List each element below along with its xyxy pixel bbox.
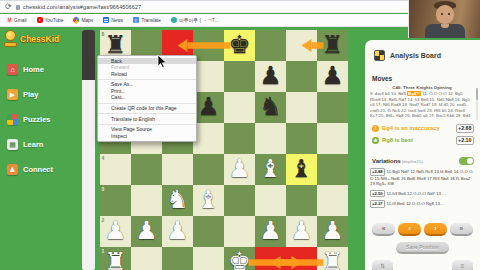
browser-context-menu: BackForwardReloadSave As...Print...Cast.… <box>97 55 197 142</box>
variation-eval-badge: +2.50 <box>370 190 385 198</box>
menu-item-forward[interactable]: Forward <box>98 64 196 71</box>
piece-black-rook[interactable]: ♜ <box>317 30 348 61</box>
square-d8[interactable] <box>193 30 224 61</box>
annotation-label: Bg4 is an inaccuracy <box>382 125 440 131</box>
square-c2[interactable]: ♟ <box>162 216 193 247</box>
square-g3[interactable] <box>286 185 317 216</box>
square-d6[interactable]: ♟ <box>193 92 224 123</box>
best-icon: ★ <box>372 137 379 144</box>
square-f7[interactable]: ♟ <box>255 61 286 92</box>
sidebar-item-learn[interactable]: ▦Learn <box>0 132 62 157</box>
variations-header: Variations (depth=15) <box>372 157 474 165</box>
square-f3[interactable] <box>255 185 286 216</box>
connect-icon: ♟ <box>7 164 18 175</box>
annotation-inaccuracy: !Bg4 is an inaccuracy+2.68 <box>372 123 474 133</box>
square-g6[interactable] <box>286 92 317 123</box>
square-h7[interactable]: ♟ <box>317 61 348 92</box>
save-position-button[interactable]: Save Position <box>396 242 449 254</box>
square-d4[interactable] <box>193 154 224 185</box>
menu-separator <box>98 113 196 114</box>
evaluation-bar-black <box>82 30 95 80</box>
puzzle-icon <box>7 114 18 125</box>
piece-white-pawn[interactable]: ♟ <box>286 216 317 247</box>
translate-favicon <box>133 17 139 23</box>
square-a2[interactable]: 2♟ <box>100 216 131 247</box>
square-f2[interactable]: ♟ <box>255 216 286 247</box>
square-b1[interactable] <box>131 247 162 270</box>
variations-label: Variations <box>372 158 401 164</box>
sidebar-item-home[interactable]: ⌂Home <box>0 57 62 82</box>
bookmark-label: Gmail <box>14 18 27 23</box>
play-icon: ▶ <box>7 89 18 100</box>
webcam-overlay <box>408 0 480 38</box>
menu-item-view-page-source[interactable]: View Page Source <box>98 126 196 133</box>
webcam-kid-collar <box>441 24 449 28</box>
sidebar-item-label: Play <box>23 90 38 99</box>
menu-item-inspect[interactable]: Inspect <box>98 133 196 140</box>
variation-line[interactable]: +2.5011.h3 Be6 12.O-O-O Nd7 13.... <box>370 190 476 198</box>
square-e7[interactable] <box>224 61 255 92</box>
bookmark-News[interactable]: News <box>103 17 123 23</box>
square-f4[interactable]: ♝ <box>255 154 286 185</box>
square-g1[interactable] <box>286 247 317 270</box>
piece-black-king[interactable]: ♚ <box>224 30 255 61</box>
variation-moves: 11.h3 Be6 12.O-O-O Nd7 13.... <box>387 191 446 196</box>
evaluation-badge: +2.68 <box>456 124 474 133</box>
variation-line[interactable]: +2.8811.Bg5 Nd7 12.Nd5 Rc8 13.f4 Be6 14.… <box>370 168 476 187</box>
analysis-panel: Analysis Board Moves C46: Three Knights … <box>365 40 480 270</box>
square-e3[interactable] <box>224 185 255 216</box>
square-c4[interactable] <box>162 154 193 185</box>
square-d3[interactable]: ♝ <box>193 185 224 216</box>
youtube-favicon <box>37 17 43 23</box>
menu-separator <box>98 124 196 125</box>
chesskid-mascot-icon <box>3 30 18 47</box>
square-h1[interactable]: ♜ <box>317 247 348 270</box>
learn-icon: ▦ <box>7 139 18 150</box>
move-list[interactable]: 9. dxc6 b6 10. Bd3 Bg4?! 11. O-O O-O 12.… <box>370 91 473 119</box>
square-e2[interactable] <box>224 216 255 247</box>
piece-white-king[interactable]: ♚ <box>224 247 255 270</box>
webcam-kid-face <box>436 5 454 24</box>
gmail-favicon <box>6 17 12 23</box>
sidebar-nav: ⌂Home▶PlayPuzzles▦Learn♟Connect <box>0 57 62 182</box>
sidebar-item-label: Home <box>23 65 44 74</box>
current-move[interactable]: Bg4?! <box>407 91 421 96</box>
menu-item-back[interactable]: Back <box>98 58 196 65</box>
bookmark-YouTube[interactable]: YouTube <box>37 17 64 23</box>
analysis-board-icon <box>374 50 385 61</box>
bookmark-label: News <box>111 18 123 23</box>
annotation-label: Rg8 is best <box>382 137 413 143</box>
piece-white-pawn[interactable]: ♟ <box>162 216 193 247</box>
news-favicon <box>103 17 109 23</box>
piece-white-pawn[interactable]: ♟ <box>131 216 162 247</box>
square-e6[interactable] <box>224 92 255 123</box>
variation-lines[interactable]: +2.8811.Bg5 Nd7 12.Nd5 Rc8 13.f4 Be6 14.… <box>370 168 476 222</box>
site-lock-icon <box>16 5 20 10</box>
square-e5[interactable] <box>224 123 255 154</box>
square-h3[interactable] <box>317 185 348 216</box>
square-g7[interactable] <box>286 61 317 92</box>
square-g2[interactable]: ♟ <box>286 216 317 247</box>
piece-white-rook[interactable]: ♜ <box>317 247 348 270</box>
sidebar-item-label: Puzzles <box>23 115 51 124</box>
variation-eval-badge: +2.37 <box>370 200 385 208</box>
bookmark-label: YouTube <box>45 18 64 23</box>
sidebar-item-label: Learn <box>23 140 43 149</box>
home-icon: ⌂ <box>7 64 18 75</box>
piece-black-pawn[interactable]: ♟ <box>255 61 286 92</box>
reload-icon[interactable]: ⟳ <box>5 2 12 11</box>
sidebar-item-connect[interactable]: ♟Connect <box>0 157 62 182</box>
menu-item-save-as[interactable]: Save As... <box>98 81 196 88</box>
menu-item-print[interactable]: Print... <box>98 88 196 95</box>
screen: ⟳ chesskid.com/analysis#game/fast/966450… <box>0 0 480 270</box>
webcam-kid-eye <box>448 13 450 15</box>
square-d1[interactable] <box>193 247 224 270</box>
logo-text: ChessKid <box>20 34 59 44</box>
piece-white-pawn[interactable]: ♟ <box>317 216 348 247</box>
square-f1[interactable] <box>255 247 286 270</box>
move-list-scrollbar[interactable] <box>476 88 478 120</box>
square-c1[interactable] <box>162 247 193 270</box>
prev-move-button[interactable]: ‹ <box>398 223 421 236</box>
square-g8[interactable] <box>286 30 317 61</box>
bookmark-label: Translate <box>141 18 161 23</box>
bookmark-Maps[interactable]: Maps <box>73 17 93 23</box>
menu-separator <box>98 103 196 104</box>
piece-white-pawn[interactable]: ♟ <box>255 216 286 247</box>
variation-eval-badge: +2.88 <box>370 168 385 176</box>
piece-white-bishop[interactable]: ♝ <box>255 154 286 185</box>
opening-name: C46: Three Knights Opening <box>370 85 474 90</box>
piece-black-knight[interactable]: ♞ <box>255 92 286 123</box>
sidebar-item-play[interactable]: ▶Play <box>0 82 62 107</box>
square-d7[interactable] <box>193 61 224 92</box>
evaluation-bar <box>82 30 95 270</box>
square-f6[interactable]: ♞ <box>255 92 286 123</box>
square-a4[interactable]: 4 <box>100 154 131 185</box>
piece-white-pawn[interactable]: ♟ <box>100 216 131 247</box>
square-c3[interactable]: ♞ <box>162 185 193 216</box>
variation-line[interactable]: +2.3711.f3 Be6 12.O-O-O Rg8 13.... <box>370 200 476 208</box>
menu-item-translate-to-english[interactable]: Translate to English <box>98 116 196 123</box>
bookmark-Gmail[interactable]: Gmail <box>6 17 27 23</box>
piece-black-pawn[interactable]: ♟ <box>317 61 348 92</box>
square-f8[interactable] <box>255 30 286 61</box>
square-d5[interactable] <box>193 123 224 154</box>
move-nav-buttons: «‹›» <box>372 223 473 236</box>
sidebar: ChessKid ⌂Home▶PlayPuzzles▦Learn♟Connect <box>0 27 62 270</box>
square-d2[interactable] <box>193 216 224 247</box>
bookmark-label: 마루마루 ( ・ㄱ7... <box>179 17 219 23</box>
variations-toggle[interactable] <box>459 157 474 165</box>
moves-text: 9. dxc6 b6 10. Bd3 <box>370 91 407 96</box>
annotation-best: ★Rg8 is best+2.10 <box>372 135 474 145</box>
variation-moves: 11.Bg5 Nd7 12.Nd5 Rc8 13.f4 Be6 14.O-O O… <box>370 169 474 186</box>
piece-black-pawn[interactable]: ♟ <box>193 92 224 123</box>
next-move-button[interactable]: › <box>424 223 447 236</box>
menu-button[interactable]: ≡ <box>452 260 473 270</box>
square-h4[interactable] <box>317 154 348 185</box>
rank-label: 3 <box>102 186 105 192</box>
menu-separator <box>98 79 196 80</box>
square-b2[interactable]: ♟ <box>131 216 162 247</box>
square-a1[interactable]: 1♜ <box>100 247 131 270</box>
bookmark-label: Maps <box>81 18 93 23</box>
variation-moves: 11.f3 Be6 12.O-O-O Rg8 13.... <box>387 201 445 206</box>
last-move-button[interactable]: » <box>450 223 473 236</box>
piece-white-knight[interactable]: ♞ <box>162 185 193 216</box>
inaccuracy-icon: ! <box>372 125 379 132</box>
piece-white-pawn[interactable]: ♟ <box>224 154 255 185</box>
evaluation-badge: +2.10 <box>456 136 474 145</box>
sidebar-item-puzzles[interactable]: Puzzles <box>0 107 62 132</box>
flip-board-button[interactable]: ⇅ <box>372 260 393 270</box>
first-move-button[interactable]: « <box>372 223 395 236</box>
square-h8[interactable]: ♜ <box>317 30 348 61</box>
menu-item-cast[interactable]: Cast... <box>98 94 196 101</box>
square-h2[interactable]: ♟ <box>317 216 348 247</box>
square-e1[interactable]: ♚ <box>224 247 255 270</box>
chesskid-logo[interactable]: ChessKid <box>3 30 59 47</box>
variations-depth: (depth=15) <box>402 159 423 164</box>
square-e4[interactable]: ♟ <box>224 154 255 185</box>
square-g5[interactable] <box>286 123 317 154</box>
square-h6[interactable] <box>317 92 348 123</box>
piece-black-bishop[interactable]: ♝ <box>286 154 317 185</box>
menu-item-reload[interactable]: Reload <box>98 71 196 78</box>
square-a3[interactable]: 3 <box>100 185 131 216</box>
square-g4[interactable]: ♝ <box>286 154 317 185</box>
piece-white-rook[interactable]: ♜ <box>100 247 131 270</box>
maps-favicon <box>72 16 80 24</box>
bookmark-마루마루 ( ・ㄱ7...[interactable]: 마루마루 ( ・ㄱ7... <box>171 17 219 23</box>
square-h5[interactable] <box>317 123 348 154</box>
sidebar-item-label: Connect <box>23 165 53 174</box>
url-text[interactable]: chesskid.com/analysis#game/fast/96645066… <box>23 4 141 10</box>
moves-header: Moves <box>372 75 392 82</box>
square-e8[interactable]: ♚ <box>224 30 255 61</box>
panel-title: Analysis Board <box>390 52 441 59</box>
square-b3[interactable] <box>131 185 162 216</box>
webcam-kid-eye <box>441 13 443 15</box>
square-b4[interactable] <box>131 154 162 185</box>
piece-white-bishop[interactable]: ♝ <box>193 185 224 216</box>
square-f5[interactable] <box>255 123 286 154</box>
bookmark-Translate[interactable]: Translate <box>133 17 161 23</box>
rank-label: 4 <box>102 155 105 161</box>
menu-item-create-qr-code-for-this-page[interactable]: Create QR code for this Page <box>98 105 196 112</box>
site-favicon <box>171 17 177 23</box>
